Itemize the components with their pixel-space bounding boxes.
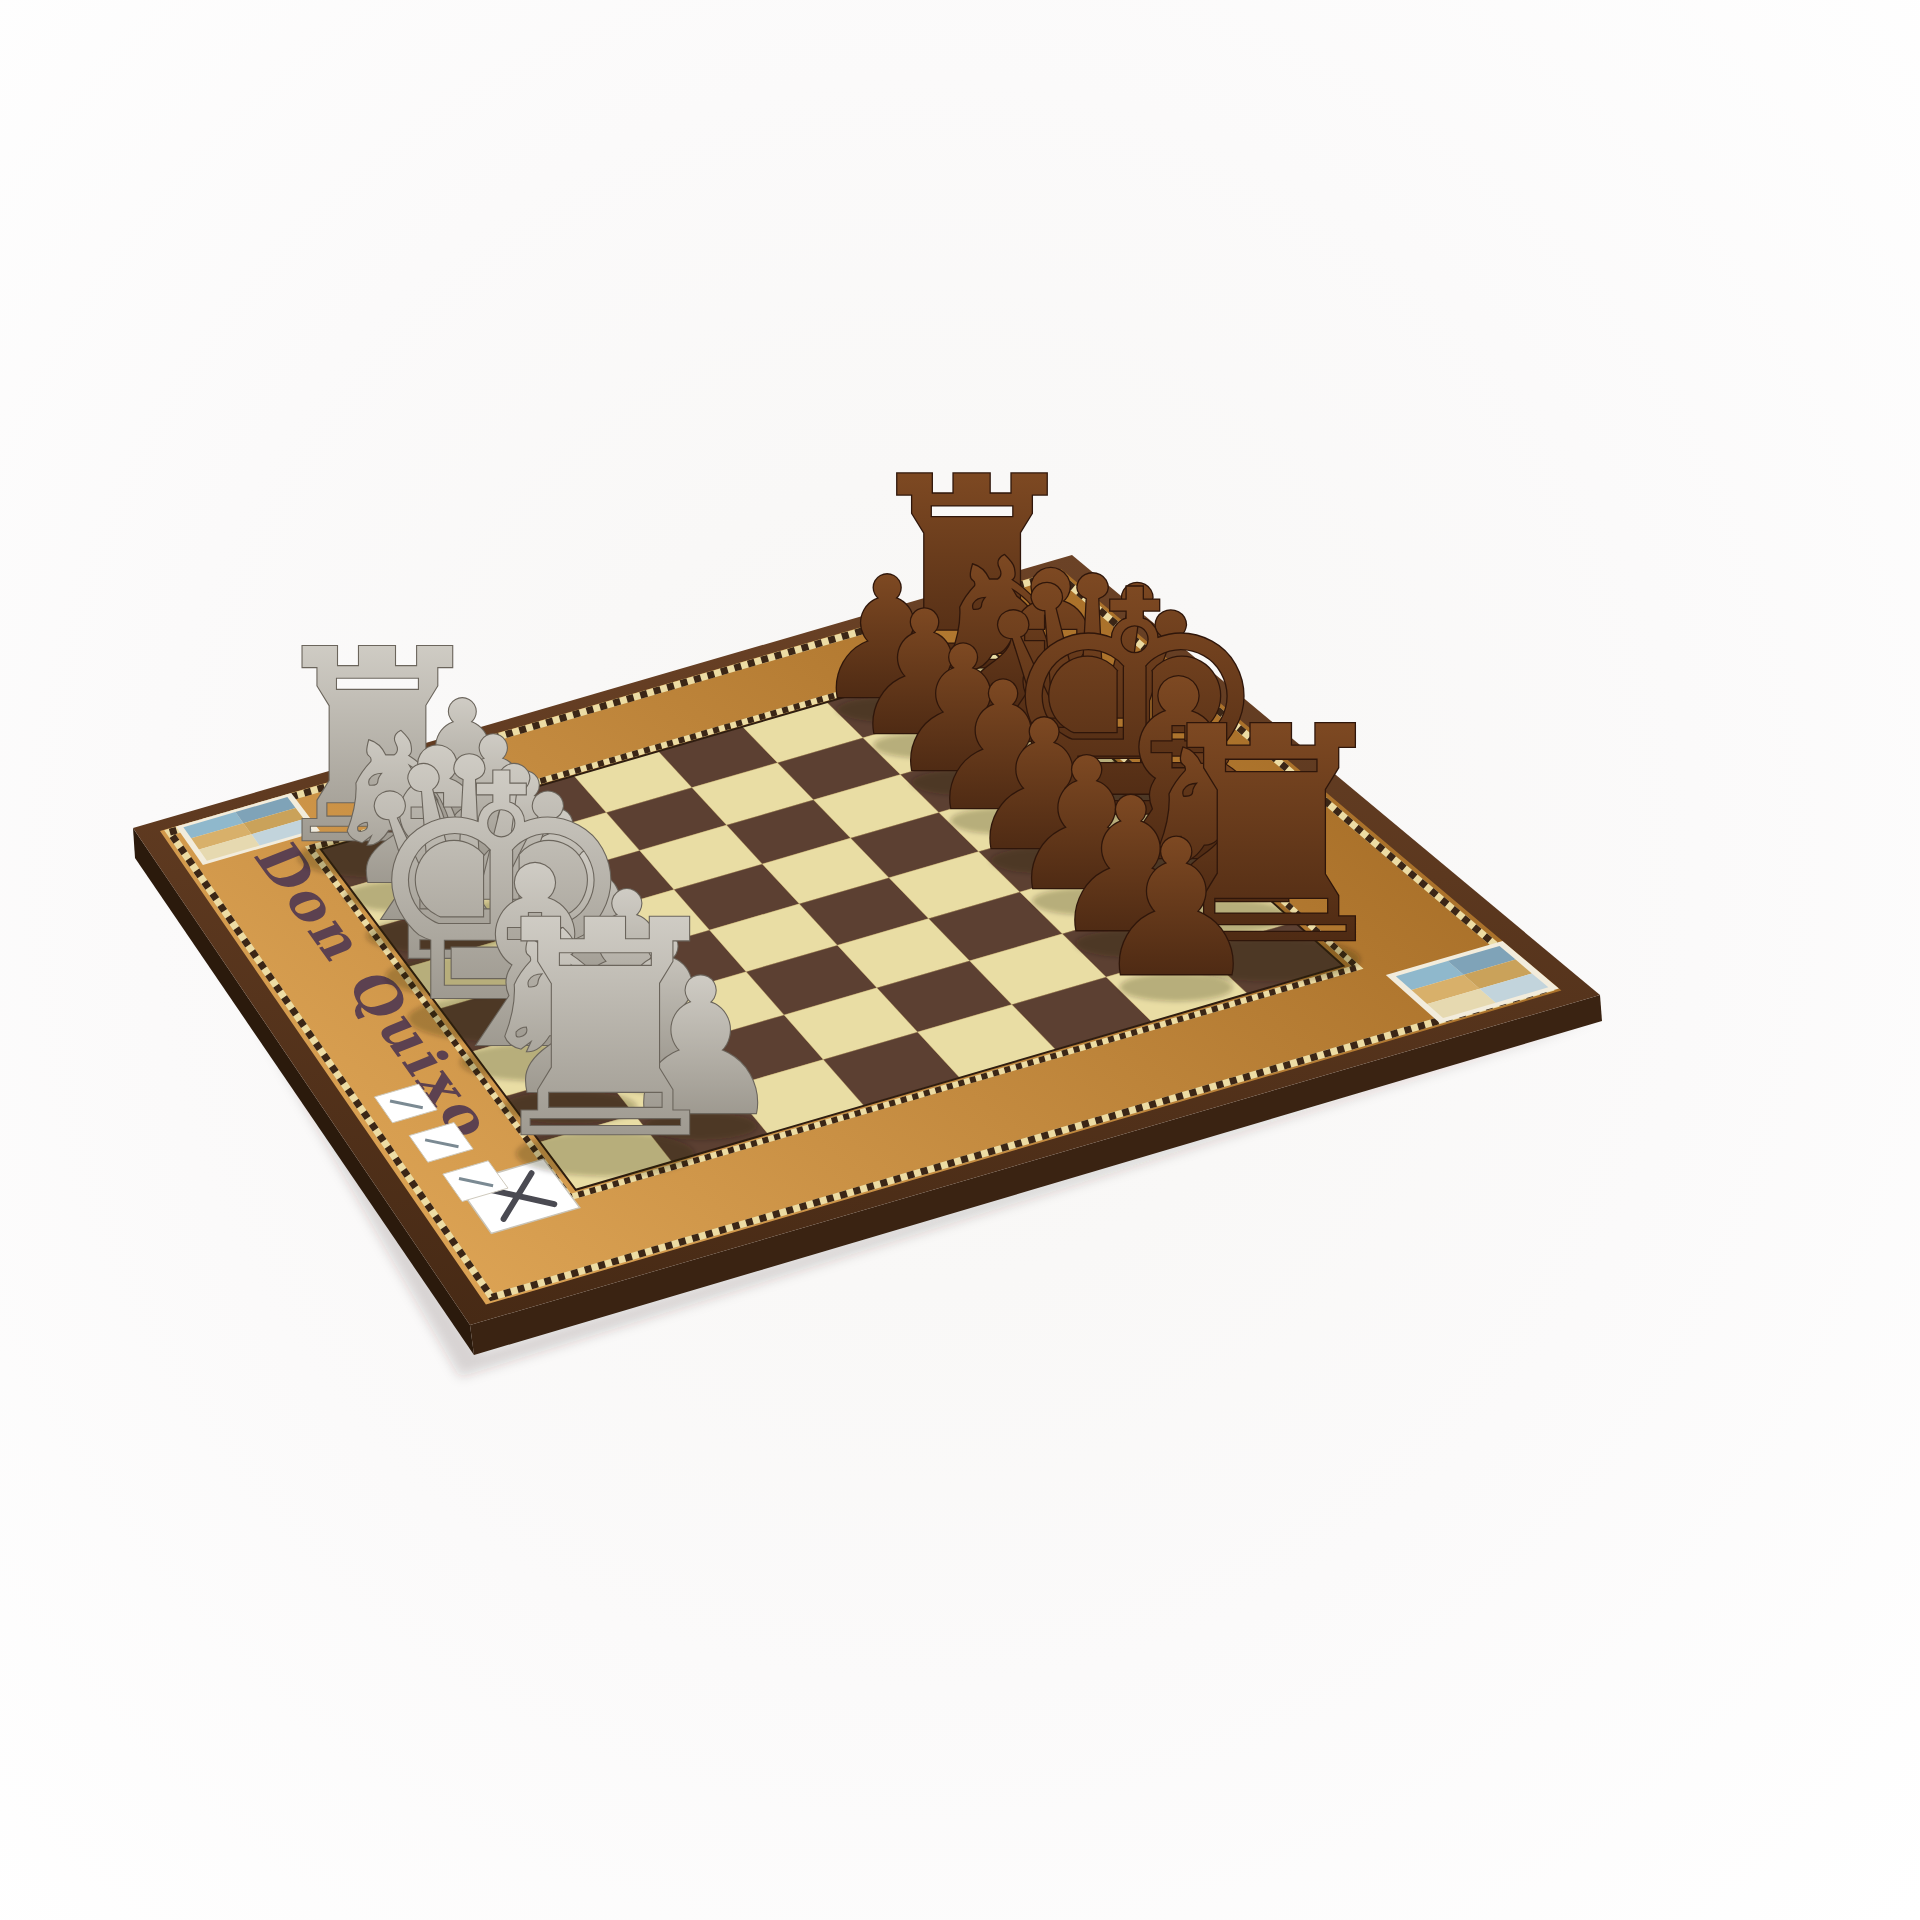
piece-glyph: ♟ — [1092, 799, 1261, 1018]
don-quixote-chessboard: Don Quixoté♜♟♞♟♝♟♛♟♟♚♜♟♟♝♞♟♟♞♝♟♟♜♛♟♟♚♟♝♟… — [0, 0, 1920, 1920]
photo-stage: Don Quixoté♜♟♞♟♝♟♛♟♟♚♜♟♟♝♞♟♟♞♝♟♟♜♛♟♟♚♟♝♟… — [0, 0, 1920, 1920]
piece-glyph: ♜ — [472, 858, 739, 1204]
piece-black-pawn-h7[interactable]: ♟ — [1092, 799, 1261, 1018]
piece-white-rook-h1[interactable]: ♜ — [472, 858, 739, 1204]
